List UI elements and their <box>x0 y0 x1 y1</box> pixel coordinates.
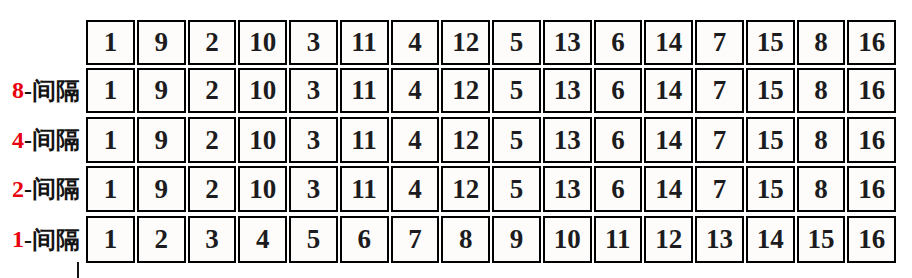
grid-cell: 13 <box>695 216 744 263</box>
grid-cell: 3 <box>188 216 237 263</box>
grid-cell: 1 <box>86 117 135 163</box>
grid-cell: 16 <box>847 117 896 163</box>
row-label: 1-间隔 <box>0 216 84 263</box>
grid-cell: 7 <box>695 20 744 65</box>
grid-cell: 2 <box>188 20 237 65</box>
grid-cell: 9 <box>137 68 186 113</box>
grid-cell: 15 <box>746 68 795 113</box>
grid-cell: 11 <box>340 117 389 163</box>
gap-word-label: -间隔 <box>24 173 80 205</box>
grid-cell: 1 <box>86 20 135 65</box>
grid-cell: 8 <box>797 68 846 113</box>
grid-cell: 14 <box>644 117 693 163</box>
grid-cell: 16 <box>847 216 896 263</box>
grid-cell: 16 <box>847 20 896 65</box>
grid-cell: 7 <box>695 68 744 113</box>
grid-cell: 9 <box>492 216 541 263</box>
grid-cell: 10 <box>238 68 287 113</box>
row-label: 4-间隔 <box>0 117 84 163</box>
cell-strip: 19210311412513614715816 <box>86 166 896 212</box>
grid-cell: 8 <box>797 20 846 65</box>
grid-cell: 2 <box>188 166 237 212</box>
grid-cell: 11 <box>340 166 389 212</box>
grid-cell: 8 <box>441 216 490 263</box>
grid-cell: 12 <box>441 68 490 113</box>
grid-cell: 14 <box>746 216 795 263</box>
cell-strip: 19210311412513614715816 <box>86 117 896 163</box>
grid-cell: 5 <box>492 20 541 65</box>
gap-row-4: 2-间隔19210311412513614715816 <box>0 166 912 212</box>
grid-cell: 12 <box>644 216 693 263</box>
grid-cell: 1 <box>86 68 135 113</box>
grid-cell: 4 <box>391 68 440 113</box>
grid-cell: 13 <box>543 117 592 163</box>
grid-cell: 7 <box>695 117 744 163</box>
grid-cell: 4 <box>391 20 440 65</box>
grid-cell: 10 <box>543 216 592 263</box>
grid-cell: 10 <box>238 166 287 212</box>
grid-cell: 12 <box>441 117 490 163</box>
grid-cell: 4 <box>391 166 440 212</box>
grid-cell: 15 <box>746 117 795 163</box>
row-label: 8-间隔 <box>0 68 84 113</box>
grid-cell: 6 <box>594 166 643 212</box>
grid-cell: 3 <box>289 117 338 163</box>
grid-cell: 13 <box>543 20 592 65</box>
grid-cell: 12 <box>441 166 490 212</box>
grid-cell: 10 <box>238 20 287 65</box>
grid-cell: 8 <box>797 117 846 163</box>
gap-row-2: 8-间隔19210311412513614715816 <box>0 68 912 113</box>
grid-cell: 4 <box>238 216 287 263</box>
grid-cell: 12 <box>441 20 490 65</box>
row-label <box>0 20 84 65</box>
gap-word-label: -间隔 <box>24 124 80 156</box>
gap-word-label: -间隔 <box>24 224 80 256</box>
grid-cell: 7 <box>391 216 440 263</box>
cursor-tick-mark <box>77 262 79 278</box>
grid-cell: 7 <box>695 166 744 212</box>
grid-cell: 5 <box>289 216 338 263</box>
gap-word-label: -间隔 <box>24 75 80 107</box>
grid-cell: 2 <box>188 117 237 163</box>
grid-cell: 3 <box>289 20 338 65</box>
grid-cell: 9 <box>137 117 186 163</box>
gap-size-digit: 2 <box>12 176 24 203</box>
grid-cell: 11 <box>340 20 389 65</box>
grid-cell: 1 <box>86 166 135 212</box>
cell-strip: 12345678910111213141516 <box>86 216 896 263</box>
grid-cell: 2 <box>188 68 237 113</box>
grid-cell: 6 <box>340 216 389 263</box>
grid-cell: 5 <box>492 117 541 163</box>
cell-strip: 19210311412513614715816 <box>86 68 896 113</box>
grid-cell: 13 <box>543 68 592 113</box>
grid-cell: 9 <box>137 20 186 65</box>
grid-cell: 14 <box>644 166 693 212</box>
gap-row-5: 1-间隔12345678910111213141516 <box>0 216 912 263</box>
grid-cell: 6 <box>594 68 643 113</box>
row-label: 2-间隔 <box>0 166 84 212</box>
grid-cell: 10 <box>238 117 287 163</box>
grid-cell: 16 <box>847 166 896 212</box>
cell-strip: 19210311412513614715816 <box>86 20 896 65</box>
grid-cell: 11 <box>594 216 643 263</box>
gap-row-1: 19210311412513614715816 <box>0 20 912 65</box>
grid-cell: 6 <box>594 20 643 65</box>
grid-cell: 8 <box>797 166 846 212</box>
grid-cell: 3 <box>289 68 338 113</box>
shell-sort-diagram: 192103114125136147158168-间隔1921031141251… <box>0 0 912 278</box>
grid-cell: 4 <box>391 117 440 163</box>
grid-cell: 2 <box>137 216 186 263</box>
gap-size-digit: 4 <box>12 127 24 154</box>
grid-cell: 15 <box>797 216 846 263</box>
grid-cell: 14 <box>644 20 693 65</box>
grid-cell: 6 <box>594 117 643 163</box>
grid-cell: 9 <box>137 166 186 212</box>
grid-cell: 14 <box>644 68 693 113</box>
grid-cell: 5 <box>492 166 541 212</box>
gap-row-3: 4-间隔19210311412513614715816 <box>0 117 912 163</box>
grid-cell: 15 <box>746 166 795 212</box>
grid-cell: 13 <box>543 166 592 212</box>
gap-size-digit: 8 <box>12 77 24 104</box>
grid-cell: 11 <box>340 68 389 113</box>
grid-cell: 15 <box>746 20 795 65</box>
gap-size-digit: 1 <box>12 226 24 253</box>
grid-cell: 5 <box>492 68 541 113</box>
grid-cell: 1 <box>86 216 135 263</box>
grid-cell: 16 <box>847 68 896 113</box>
grid-cell: 3 <box>289 166 338 212</box>
